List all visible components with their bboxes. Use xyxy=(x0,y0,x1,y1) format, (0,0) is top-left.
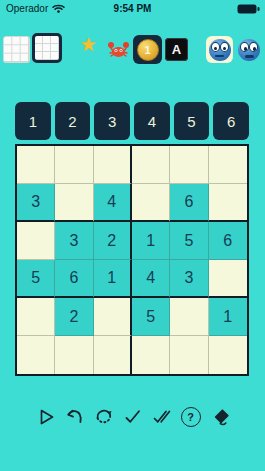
cell-r6c6[interactable] xyxy=(209,336,247,374)
question-mark: ? xyxy=(181,407,201,427)
cell-r3c3[interactable]: 2 xyxy=(94,222,132,260)
help-icon[interactable]: ? xyxy=(180,406,202,428)
board-grid-plain-icon[interactable] xyxy=(3,36,30,63)
cell-r3c5[interactable]: 5 xyxy=(170,222,208,260)
cell-r5c3[interactable] xyxy=(94,298,132,336)
cell-r4c6[interactable] xyxy=(209,260,247,298)
blue-emoji-highlighted-button[interactable] xyxy=(206,36,233,63)
numpad-key-3[interactable]: 3 xyxy=(94,102,130,140)
numpad-key-2[interactable]: 2 xyxy=(55,102,91,140)
cell-r2c5[interactable]: 6 xyxy=(170,184,208,222)
crab-icon[interactable] xyxy=(107,40,130,62)
status-bar: Operador 9:54 PM xyxy=(0,0,265,16)
coin-icon: 1 xyxy=(137,39,159,61)
wifi-icon xyxy=(52,3,65,14)
numpad: 123456 xyxy=(15,102,249,140)
cell-r1c2[interactable] xyxy=(55,146,93,184)
cell-r3c6[interactable]: 6 xyxy=(209,222,247,260)
bottom-toolbar: ? xyxy=(0,406,265,428)
cell-r4c1[interactable]: 5 xyxy=(17,260,55,298)
cell-r5c4[interactable]: 5 xyxy=(132,298,170,336)
board-grid-selected-icon[interactable] xyxy=(32,33,62,63)
cell-r6c2[interactable] xyxy=(55,336,93,374)
cell-r3c4[interactable]: 1 xyxy=(132,222,170,260)
battery-icon xyxy=(237,4,260,16)
top-toolbar: ★ 1 A xyxy=(0,16,265,56)
blue-emoji-icon[interactable] xyxy=(238,39,260,61)
eraser-icon[interactable] xyxy=(209,406,231,428)
emoji-eye xyxy=(220,42,229,52)
play-icon[interactable] xyxy=(35,406,57,428)
emoji-mouth xyxy=(245,55,254,58)
coin-button[interactable]: 1 xyxy=(133,35,162,64)
cell-r5c6[interactable]: 1 xyxy=(209,298,247,336)
undo-icon[interactable] xyxy=(64,406,86,428)
double-check-icon[interactable] xyxy=(151,406,173,428)
cell-r1c6[interactable] xyxy=(209,146,247,184)
check-icon[interactable] xyxy=(122,406,144,428)
cell-r2c1[interactable]: 3 xyxy=(17,184,55,222)
cell-r4c4[interactable]: 4 xyxy=(132,260,170,298)
cell-r1c5[interactable] xyxy=(170,146,208,184)
clock: 9:54 PM xyxy=(114,3,152,14)
cell-r4c3[interactable]: 1 xyxy=(94,260,132,298)
cell-r3c1[interactable] xyxy=(17,222,55,260)
emoji-mouth xyxy=(215,55,224,58)
cell-r6c1[interactable] xyxy=(17,336,55,374)
letter-tile-icon[interactable]: A xyxy=(165,38,188,61)
cell-r1c3[interactable] xyxy=(94,146,132,184)
cell-r6c5[interactable] xyxy=(170,336,208,374)
cell-r4c2[interactable]: 6 xyxy=(55,260,93,298)
cell-r5c2[interactable]: 2 xyxy=(55,298,93,336)
cell-r6c4[interactable] xyxy=(132,336,170,374)
cell-r2c6[interactable] xyxy=(209,184,247,222)
cell-r1c4[interactable] xyxy=(132,146,170,184)
cell-r5c1[interactable] xyxy=(17,298,55,336)
blue-emoji-highlighted-icon xyxy=(209,39,231,61)
cell-r4c5[interactable]: 3 xyxy=(170,260,208,298)
cell-r2c2[interactable] xyxy=(55,184,93,222)
cell-r5c5[interactable] xyxy=(170,298,208,336)
emoji-eye xyxy=(211,42,220,52)
sudoku-board: 3463215656143251 xyxy=(15,144,249,376)
numpad-key-4[interactable]: 4 xyxy=(134,102,170,140)
numpad-key-5[interactable]: 5 xyxy=(174,102,210,140)
emoji-eye xyxy=(249,42,258,52)
cell-r1c1[interactable] xyxy=(17,146,55,184)
restart-icon[interactable] xyxy=(93,406,115,428)
cell-r3c2[interactable]: 3 xyxy=(55,222,93,260)
carrier-label: Operador xyxy=(6,3,48,14)
cell-r2c3[interactable]: 4 xyxy=(94,184,132,222)
cell-r6c3[interactable] xyxy=(94,336,132,374)
star-icon[interactable]: ★ xyxy=(80,34,97,56)
numpad-key-6[interactable]: 6 xyxy=(213,102,249,140)
emoji-eye xyxy=(240,42,249,52)
numpad-key-1[interactable]: 1 xyxy=(15,102,51,140)
cell-r2c4[interactable] xyxy=(132,184,170,222)
